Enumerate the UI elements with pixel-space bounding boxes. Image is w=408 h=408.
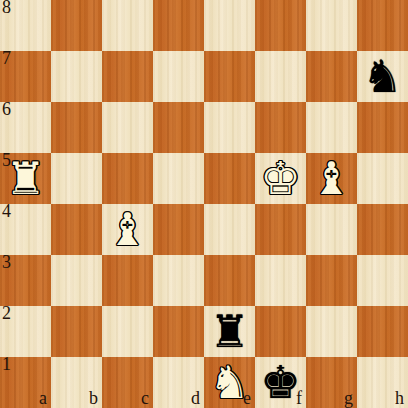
- white-king[interactable]: ♚: [260, 153, 300, 204]
- square-f1[interactable]: f♚: [255, 357, 306, 408]
- square-c7[interactable]: [102, 51, 153, 102]
- square-a1[interactable]: 1a: [0, 357, 51, 408]
- square-d6[interactable]: [153, 102, 204, 153]
- square-f8[interactable]: [255, 0, 306, 51]
- square-f4[interactable]: [255, 204, 306, 255]
- square-h2[interactable]: [357, 306, 408, 357]
- file-label-g: g: [344, 389, 353, 408]
- square-a7[interactable]: 7: [0, 51, 51, 102]
- square-d8[interactable]: [153, 0, 204, 51]
- square-b7[interactable]: [51, 51, 102, 102]
- square-c6[interactable]: [102, 102, 153, 153]
- square-d7[interactable]: [153, 51, 204, 102]
- square-e2[interactable]: ♜: [204, 306, 255, 357]
- square-h3[interactable]: [357, 255, 408, 306]
- file-label-c: c: [141, 389, 149, 408]
- square-a6[interactable]: 6: [0, 102, 51, 153]
- square-h8[interactable]: [357, 0, 408, 51]
- square-e3[interactable]: [204, 255, 255, 306]
- square-f6[interactable]: [255, 102, 306, 153]
- square-d1[interactable]: d: [153, 357, 204, 408]
- white-rook[interactable]: ♜: [5, 153, 45, 204]
- square-b6[interactable]: [51, 102, 102, 153]
- square-b2[interactable]: [51, 306, 102, 357]
- white-bishop[interactable]: ♝: [311, 153, 351, 204]
- square-a3[interactable]: 3: [0, 255, 51, 306]
- black-king[interactable]: ♚: [260, 357, 300, 408]
- square-b4[interactable]: [51, 204, 102, 255]
- square-e4[interactable]: [204, 204, 255, 255]
- file-label-b: b: [89, 389, 98, 408]
- rank-label-4: 4: [2, 204, 11, 222]
- rank-label-2: 2: [2, 306, 11, 324]
- square-d4[interactable]: [153, 204, 204, 255]
- square-b8[interactable]: [51, 0, 102, 51]
- square-e5[interactable]: [204, 153, 255, 204]
- square-e8[interactable]: [204, 0, 255, 51]
- rank-label-7: 7: [2, 51, 11, 69]
- square-f7[interactable]: [255, 51, 306, 102]
- rank-label-8: 8: [2, 0, 11, 18]
- black-rook[interactable]: ♜: [209, 306, 249, 357]
- square-c5[interactable]: [102, 153, 153, 204]
- square-c4[interactable]: ♝: [102, 204, 153, 255]
- square-h5[interactable]: [357, 153, 408, 204]
- square-h6[interactable]: [357, 102, 408, 153]
- square-a2[interactable]: 2: [0, 306, 51, 357]
- square-d3[interactable]: [153, 255, 204, 306]
- file-label-d: d: [191, 389, 200, 408]
- square-f5[interactable]: ♚: [255, 153, 306, 204]
- square-g1[interactable]: g: [306, 357, 357, 408]
- file-label-e: e: [243, 389, 251, 408]
- square-g5[interactable]: ♝: [306, 153, 357, 204]
- black-knight[interactable]: ♞: [362, 51, 402, 102]
- square-c8[interactable]: [102, 0, 153, 51]
- chessboard: 87♞65♜♚♝4♝32♜1abcde♞f♚gh: [0, 0, 408, 408]
- square-c1[interactable]: c: [102, 357, 153, 408]
- rank-label-6: 6: [2, 102, 11, 120]
- file-label-f: f: [296, 389, 302, 408]
- square-d2[interactable]: [153, 306, 204, 357]
- square-d5[interactable]: [153, 153, 204, 204]
- file-label-h: h: [395, 389, 404, 408]
- square-g3[interactable]: [306, 255, 357, 306]
- white-bishop[interactable]: ♝: [107, 204, 147, 255]
- rank-label-3: 3: [2, 255, 11, 273]
- square-f2[interactable]: [255, 306, 306, 357]
- chessboard-wrapper: 87♞65♜♚♝4♝32♜1abcde♞f♚gh: [0, 0, 408, 408]
- square-g7[interactable]: [306, 51, 357, 102]
- rank-label-5: 5: [2, 153, 11, 171]
- square-e1[interactable]: e♞: [204, 357, 255, 408]
- square-h1[interactable]: h: [357, 357, 408, 408]
- square-h4[interactable]: [357, 204, 408, 255]
- square-a4[interactable]: 4: [0, 204, 51, 255]
- square-g4[interactable]: [306, 204, 357, 255]
- rank-label-1: 1: [2, 357, 11, 375]
- square-a5[interactable]: 5♜: [0, 153, 51, 204]
- square-g8[interactable]: [306, 0, 357, 51]
- square-f3[interactable]: [255, 255, 306, 306]
- square-a8[interactable]: 8: [0, 0, 51, 51]
- square-c2[interactable]: [102, 306, 153, 357]
- file-label-a: a: [39, 389, 47, 408]
- square-g2[interactable]: [306, 306, 357, 357]
- square-h7[interactable]: ♞: [357, 51, 408, 102]
- square-g6[interactable]: [306, 102, 357, 153]
- square-b1[interactable]: b: [51, 357, 102, 408]
- square-b3[interactable]: [51, 255, 102, 306]
- square-e6[interactable]: [204, 102, 255, 153]
- square-e7[interactable]: [204, 51, 255, 102]
- square-c3[interactable]: [102, 255, 153, 306]
- square-b5[interactable]: [51, 153, 102, 204]
